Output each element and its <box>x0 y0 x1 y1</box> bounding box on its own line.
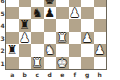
file-label-a: a <box>6 72 19 78</box>
file-labels: abcdefgh <box>6 70 106 80</box>
square-f1[interactable] <box>69 57 82 70</box>
square-g1[interactable] <box>81 57 94 70</box>
file-label-g: g <box>81 72 94 78</box>
black-pawn-d5: ♟ <box>44 7 57 20</box>
square-h4[interactable] <box>94 19 107 32</box>
square-g4[interactable] <box>81 19 94 32</box>
square-d2[interactable]: ♞ <box>44 44 57 57</box>
white-knight-d2: ♞ <box>44 44 57 57</box>
square-e2[interactable] <box>56 44 69 57</box>
black-knight-c5: ♞ <box>31 7 44 20</box>
square-d4[interactable] <box>44 19 57 32</box>
square-f4[interactable] <box>69 19 82 32</box>
white-king-e1: ♚ <box>56 57 69 70</box>
file-label-f: f <box>69 72 82 78</box>
white-pawn-g3: ♟ <box>81 32 94 45</box>
square-b3[interactable]: ♟ <box>19 32 32 45</box>
square-d5[interactable]: ♟ <box>44 7 57 20</box>
square-e4[interactable] <box>56 19 69 32</box>
white-rook-c1: ♜ <box>31 57 44 70</box>
square-e3[interactable]: ♜ <box>56 32 69 45</box>
square-a4[interactable] <box>6 19 19 32</box>
square-f3[interactable] <box>69 32 82 45</box>
square-h1[interactable] <box>94 57 107 70</box>
square-b1[interactable] <box>19 57 32 70</box>
black-rook-b4: ♜ <box>19 19 32 32</box>
chess-board[interactable]: ♚♞♟♟♜♟♜♟♜♞♟♜♚ <box>6 0 106 69</box>
square-a3[interactable] <box>6 32 19 45</box>
square-f5[interactable]: ♟ <box>69 7 82 20</box>
square-c1[interactable]: ♜ <box>31 57 44 70</box>
square-g3[interactable]: ♟ <box>81 32 94 45</box>
square-e1[interactable]: ♚ <box>56 57 69 70</box>
white-pawn-h2: ♟ <box>94 44 107 57</box>
square-a5[interactable] <box>6 7 19 20</box>
file-label-c: c <box>31 72 44 78</box>
square-h2[interactable]: ♟ <box>94 44 107 57</box>
square-g2[interactable] <box>81 44 94 57</box>
chess-diagram: 654321 ♚♞♟♟♜♟♜♟♜♞♟♜♚ abcdefgh <box>0 0 120 80</box>
white-pawn-b3: ♟ <box>19 32 32 45</box>
file-label-e: e <box>56 72 69 78</box>
file-label-b: b <box>19 72 32 78</box>
square-d1[interactable] <box>44 57 57 70</box>
square-b5[interactable] <box>19 7 32 20</box>
square-c4[interactable] <box>31 19 44 32</box>
square-h3[interactable] <box>94 32 107 45</box>
file-label-h: h <box>94 72 107 78</box>
file-label-d: d <box>44 72 57 78</box>
square-a2[interactable]: ♜ <box>6 44 19 57</box>
white-pawn-f5: ♟ <box>69 7 82 20</box>
square-d3[interactable] <box>44 32 57 45</box>
board-border: ♚♞♟♟♜♟♜♟♜♞♟♜♚ <box>5 0 107 70</box>
square-f2[interactable] <box>69 44 82 57</box>
square-b2[interactable] <box>19 44 32 57</box>
square-h5[interactable] <box>94 7 107 20</box>
square-c2[interactable] <box>31 44 44 57</box>
square-b4[interactable]: ♜ <box>19 19 32 32</box>
black-rook-a2: ♜ <box>6 44 19 57</box>
square-a1[interactable] <box>6 57 19 70</box>
square-c3[interactable] <box>31 32 44 45</box>
square-g5[interactable] <box>81 7 94 20</box>
white-rook-e3: ♜ <box>56 32 69 45</box>
square-c5[interactable]: ♞ <box>31 7 44 20</box>
square-e5[interactable] <box>56 7 69 20</box>
